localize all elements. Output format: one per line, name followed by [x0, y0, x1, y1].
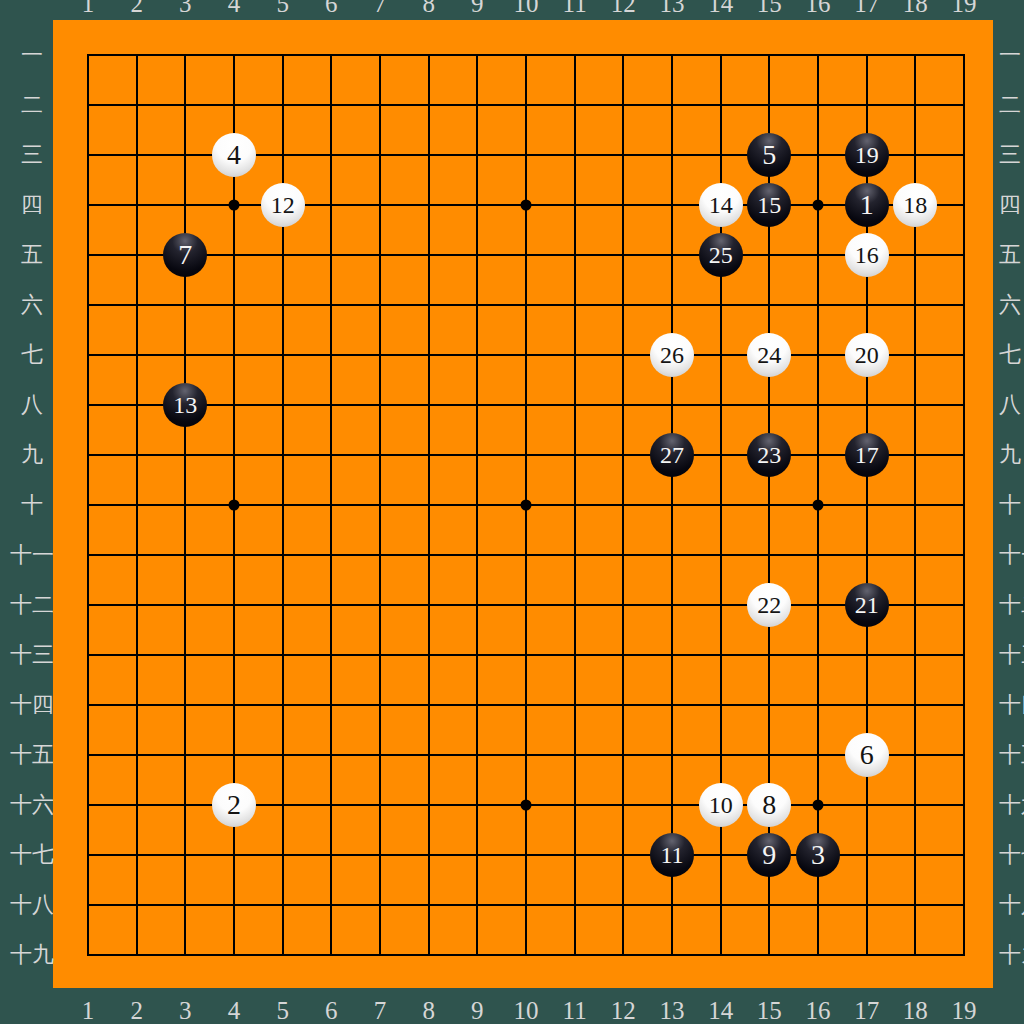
grid-line-horizontal	[87, 654, 965, 656]
column-label-top: 18	[903, 0, 928, 17]
row-label-right: 十六	[999, 793, 1024, 817]
column-label-bottom: 14	[708, 998, 733, 1024]
stone-black-move-17[interactable]: 17	[845, 433, 889, 477]
row-label-left: 七	[21, 343, 43, 367]
stone-white-move-2[interactable]: 2	[212, 783, 256, 827]
column-label-bottom: 2	[130, 998, 143, 1024]
row-label-left: 四	[21, 193, 43, 217]
column-label-top: 2	[130, 0, 143, 17]
column-label-bottom: 11	[563, 998, 587, 1024]
column-label-top: 1	[82, 0, 95, 17]
row-label-right: 四	[999, 193, 1021, 217]
row-label-left: 二	[21, 93, 43, 117]
stone-white-move-12[interactable]: 12	[261, 183, 305, 227]
grid-line-horizontal	[87, 704, 965, 706]
stone-white-move-6[interactable]: 6	[845, 733, 889, 777]
star-point	[229, 500, 240, 511]
stone-black-move-13[interactable]: 13	[163, 383, 207, 427]
stone-white-move-4[interactable]: 4	[212, 133, 256, 177]
row-label-right: 九	[999, 443, 1021, 467]
star-point	[521, 800, 532, 811]
row-label-right: 十四	[999, 693, 1024, 717]
row-label-right: 六	[999, 293, 1021, 317]
row-label-left: 十七	[10, 843, 54, 867]
stone-black-move-7[interactable]: 7	[163, 233, 207, 277]
column-label-bottom: 7	[374, 998, 387, 1024]
stone-black-move-15[interactable]: 15	[747, 183, 791, 227]
grid-line-horizontal	[87, 554, 965, 556]
column-label-top: 6	[325, 0, 338, 17]
grid-line-horizontal	[87, 754, 965, 756]
column-label-top: 16	[806, 0, 831, 17]
column-label-bottom: 15	[757, 998, 782, 1024]
row-label-left: 九	[21, 443, 43, 467]
row-label-left: 十三	[10, 643, 54, 667]
row-label-right: 七	[999, 343, 1021, 367]
stone-black-move-11[interactable]: 11	[650, 833, 694, 877]
column-label-top: 19	[952, 0, 977, 17]
column-label-top: 12	[611, 0, 636, 17]
stone-white-move-20[interactable]: 20	[845, 333, 889, 377]
column-label-top: 7	[374, 0, 387, 17]
row-label-right: 五	[999, 243, 1021, 267]
row-label-left: 五	[21, 243, 43, 267]
column-label-bottom: 16	[806, 998, 831, 1024]
column-label-bottom: 12	[611, 998, 636, 1024]
grid-line-vertical	[574, 54, 576, 956]
stone-black-move-1[interactable]: 1	[845, 183, 889, 227]
row-label-right: 十七	[999, 843, 1024, 867]
row-label-left: 三	[21, 143, 43, 167]
column-label-bottom: 13	[660, 998, 685, 1024]
star-point	[521, 200, 532, 211]
column-label-bottom: 3	[179, 998, 192, 1024]
column-label-bottom: 5	[276, 998, 289, 1024]
row-label-right: 二	[999, 93, 1021, 117]
row-label-right: 一	[999, 43, 1021, 67]
stone-white-move-14[interactable]: 14	[699, 183, 743, 227]
column-label-bottom: 4	[228, 998, 241, 1024]
row-label-left: 十六	[10, 793, 54, 817]
column-label-top: 4	[228, 0, 241, 17]
go-board-surface[interactable]: 1234567891011121314151617181920212223242…	[53, 20, 993, 988]
grid-line-horizontal	[87, 604, 965, 606]
grid-line-vertical	[963, 54, 965, 956]
stone-black-move-21[interactable]: 21	[845, 583, 889, 627]
stone-black-move-3[interactable]: 3	[796, 833, 840, 877]
star-point	[813, 500, 824, 511]
stone-black-move-23[interactable]: 23	[747, 433, 791, 477]
stone-white-move-24[interactable]: 24	[747, 333, 791, 377]
column-label-top: 15	[757, 0, 782, 17]
row-label-left: 六	[21, 293, 43, 317]
stone-white-move-10[interactable]: 10	[699, 783, 743, 827]
column-label-bottom: 8	[422, 998, 435, 1024]
row-label-right: 十二	[999, 593, 1024, 617]
row-label-left: 十八	[10, 893, 54, 917]
column-label-bottom: 9	[471, 998, 484, 1024]
column-label-top: 9	[471, 0, 484, 17]
row-label-right: 十一	[999, 543, 1024, 567]
row-label-left: 十二	[10, 593, 54, 617]
star-point	[521, 500, 532, 511]
row-label-right: 十九	[999, 943, 1024, 967]
row-label-right: 三	[999, 143, 1021, 167]
column-label-top: 5	[276, 0, 289, 17]
row-label-left: 十一	[10, 543, 54, 567]
row-label-left: 十四	[10, 693, 54, 717]
column-label-top: 8	[422, 0, 435, 17]
grid-line-vertical	[671, 54, 673, 956]
row-label-right: 十	[999, 493, 1021, 517]
stone-black-move-25[interactable]: 25	[699, 233, 743, 277]
grid-line-horizontal	[87, 954, 965, 956]
stone-white-move-8[interactable]: 8	[747, 783, 791, 827]
row-label-left: 十五	[10, 743, 54, 767]
row-label-right: 十三	[999, 643, 1024, 667]
stone-white-move-22[interactable]: 22	[747, 583, 791, 627]
stone-black-move-9[interactable]: 9	[747, 833, 791, 877]
column-label-bottom: 10	[514, 998, 539, 1024]
row-label-left: 十九	[10, 943, 54, 967]
column-label-top: 14	[708, 0, 733, 17]
stone-black-move-19[interactable]: 19	[845, 133, 889, 177]
star-point	[813, 200, 824, 211]
column-label-bottom: 6	[325, 998, 338, 1024]
column-label-bottom: 17	[854, 998, 879, 1024]
column-label-bottom: 18	[903, 998, 928, 1024]
stone-white-move-18[interactable]: 18	[893, 183, 937, 227]
star-point	[813, 800, 824, 811]
row-label-right: 十五	[999, 743, 1024, 767]
column-label-top: 11	[563, 0, 587, 17]
column-label-bottom: 19	[952, 998, 977, 1024]
row-label-left: 十	[21, 493, 43, 517]
column-label-top: 13	[660, 0, 685, 17]
grid-line-horizontal	[87, 904, 965, 906]
stone-black-move-5[interactable]: 5	[747, 133, 791, 177]
screen: 1234567891011121314151617181920212223242…	[0, 0, 1024, 1024]
row-label-left: 一	[21, 43, 43, 67]
column-label-bottom: 1	[82, 998, 95, 1024]
column-label-top: 10	[514, 0, 539, 17]
column-label-top: 17	[854, 0, 879, 17]
grid-line-vertical	[622, 54, 624, 956]
stone-black-move-27[interactable]: 27	[650, 433, 694, 477]
star-point	[229, 200, 240, 211]
row-label-left: 八	[21, 393, 43, 417]
column-label-top: 3	[179, 0, 192, 17]
stone-white-move-26[interactable]: 26	[650, 333, 694, 377]
row-label-right: 八	[999, 393, 1021, 417]
row-label-right: 十八	[999, 893, 1024, 917]
stone-white-move-16[interactable]: 16	[845, 233, 889, 277]
